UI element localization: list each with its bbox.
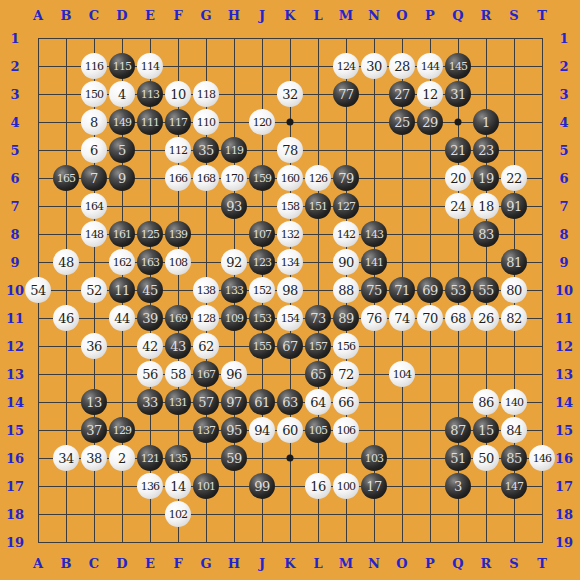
stone-black-39[interactable]: 39 bbox=[137, 305, 163, 331]
stone-white-46[interactable]: 46 bbox=[53, 305, 79, 331]
stone-black-91[interactable]: 91 bbox=[501, 193, 527, 219]
stone-white-100[interactable]: 100 bbox=[333, 473, 359, 499]
stone-white-32[interactable]: 32 bbox=[277, 81, 303, 107]
stone-white-124[interactable]: 124 bbox=[333, 53, 359, 79]
stone-black-1[interactable]: 1 bbox=[473, 109, 499, 135]
row-label-right-15: 15 bbox=[555, 424, 573, 437]
stone-black-131[interactable]: 131 bbox=[165, 389, 191, 415]
col-label-bottom-L: L bbox=[313, 557, 322, 570]
stone-white-2[interactable]: 2 bbox=[109, 445, 135, 471]
go-board: AABBCCDDEEFFGGHHJJKKLLMMNNOOPPQQRRSSTT11… bbox=[0, 0, 580, 580]
stone-white-8[interactable]: 8 bbox=[81, 109, 107, 135]
stone-black-153[interactable]: 153 bbox=[249, 305, 275, 331]
stone-white-120[interactable]: 120 bbox=[249, 109, 275, 135]
col-label-bottom-A: A bbox=[33, 557, 43, 570]
stone-black-57[interactable]: 57 bbox=[193, 389, 219, 415]
stone-black-125[interactable]: 125 bbox=[137, 221, 163, 247]
stone-white-118[interactable]: 118 bbox=[193, 81, 219, 107]
stone-black-147[interactable]: 147 bbox=[501, 473, 527, 499]
stone-black-19[interactable]: 19 bbox=[473, 165, 499, 191]
stone-white-126[interactable]: 126 bbox=[305, 165, 331, 191]
stone-white-34[interactable]: 34 bbox=[53, 445, 79, 471]
stone-black-65[interactable]: 65 bbox=[305, 361, 331, 387]
stone-white-50[interactable]: 50 bbox=[473, 445, 499, 471]
stone-white-76[interactable]: 76 bbox=[361, 305, 387, 331]
stone-white-54[interactable]: 54 bbox=[25, 277, 51, 303]
stone-white-58[interactable]: 58 bbox=[165, 361, 191, 387]
col-label-bottom-J: J bbox=[259, 557, 265, 570]
stone-black-27[interactable]: 27 bbox=[389, 81, 415, 107]
stone-white-68[interactable]: 68 bbox=[445, 305, 471, 331]
grid-line-vertical bbox=[318, 38, 319, 543]
stone-black-89[interactable]: 89 bbox=[333, 305, 359, 331]
stone-black-3[interactable]: 3 bbox=[445, 473, 471, 499]
stone-black-21[interactable]: 21 bbox=[445, 137, 471, 163]
stone-black-155[interactable]: 155 bbox=[249, 333, 275, 359]
col-label-top-P: P bbox=[425, 9, 435, 22]
stone-white-158[interactable]: 158 bbox=[277, 193, 303, 219]
stone-white-134[interactable]: 134 bbox=[277, 249, 303, 275]
col-label-top-L: L bbox=[313, 9, 322, 22]
stone-white-146[interactable]: 146 bbox=[529, 445, 555, 471]
row-label-right-5: 5 bbox=[559, 144, 568, 157]
col-label-bottom-G: G bbox=[200, 557, 211, 570]
stone-white-14[interactable]: 14 bbox=[165, 473, 191, 499]
stone-white-132[interactable]: 132 bbox=[277, 221, 303, 247]
stone-black-145[interactable]: 145 bbox=[445, 53, 471, 79]
stone-white-98[interactable]: 98 bbox=[277, 277, 303, 303]
stone-black-73[interactable]: 73 bbox=[305, 305, 331, 331]
stone-white-82[interactable]: 82 bbox=[501, 305, 527, 331]
stone-white-36[interactable]: 36 bbox=[81, 333, 107, 359]
stone-white-28[interactable]: 28 bbox=[389, 53, 415, 79]
row-label-right-16: 16 bbox=[555, 452, 573, 465]
stone-white-154[interactable]: 154 bbox=[277, 305, 303, 331]
stone-black-113[interactable]: 113 bbox=[137, 81, 163, 107]
stone-black-163[interactable]: 163 bbox=[137, 249, 163, 275]
col-label-top-T: T bbox=[537, 9, 547, 22]
col-label-bottom-E: E bbox=[145, 557, 155, 570]
row-label-left-19: 19 bbox=[6, 536, 24, 549]
col-label-top-Q: Q bbox=[452, 9, 463, 22]
stone-black-127[interactable]: 127 bbox=[333, 193, 359, 219]
stone-black-93[interactable]: 93 bbox=[221, 193, 247, 219]
stone-black-165[interactable]: 165 bbox=[53, 165, 79, 191]
row-label-right-14: 14 bbox=[555, 396, 573, 409]
stone-white-72[interactable]: 72 bbox=[333, 361, 359, 387]
stone-white-18[interactable]: 18 bbox=[473, 193, 499, 219]
stone-black-97[interactable]: 97 bbox=[221, 389, 247, 415]
stone-black-103[interactable]: 103 bbox=[361, 445, 387, 471]
row-label-left-9: 9 bbox=[10, 256, 19, 269]
row-label-right-6: 6 bbox=[559, 172, 568, 185]
stone-white-38[interactable]: 38 bbox=[81, 445, 107, 471]
stone-black-75[interactable]: 75 bbox=[361, 277, 387, 303]
star-point bbox=[287, 455, 294, 462]
stone-black-13[interactable]: 13 bbox=[81, 389, 107, 415]
stone-white-136[interactable]: 136 bbox=[137, 473, 163, 499]
stone-black-53[interactable]: 53 bbox=[445, 277, 471, 303]
row-label-right-3: 3 bbox=[559, 88, 568, 101]
stone-white-78[interactable]: 78 bbox=[277, 137, 303, 163]
row-label-left-15: 15 bbox=[6, 424, 24, 437]
row-label-left-10: 10 bbox=[6, 284, 24, 297]
col-label-top-O: O bbox=[396, 9, 407, 22]
row-label-left-14: 14 bbox=[6, 396, 24, 409]
stone-black-121[interactable]: 121 bbox=[137, 445, 163, 471]
stone-black-15[interactable]: 15 bbox=[473, 417, 499, 443]
stone-white-164[interactable]: 164 bbox=[81, 193, 107, 219]
star-point bbox=[287, 119, 294, 126]
stone-white-110[interactable]: 110 bbox=[193, 109, 219, 135]
stone-white-84[interactable]: 84 bbox=[501, 417, 527, 443]
row-label-left-16: 16 bbox=[6, 452, 24, 465]
row-label-left-4: 4 bbox=[10, 116, 19, 129]
stone-black-5[interactable]: 5 bbox=[109, 137, 135, 163]
stone-black-9[interactable]: 9 bbox=[109, 165, 135, 191]
stone-black-17[interactable]: 17 bbox=[361, 473, 387, 499]
stone-white-144[interactable]: 144 bbox=[417, 53, 443, 79]
col-label-top-N: N bbox=[368, 9, 380, 22]
stone-white-22[interactable]: 22 bbox=[501, 165, 527, 191]
stone-white-42[interactable]: 42 bbox=[137, 333, 163, 359]
stone-white-10[interactable]: 10 bbox=[165, 81, 191, 107]
col-label-bottom-S: S bbox=[509, 557, 518, 570]
stone-black-83[interactable]: 83 bbox=[473, 221, 499, 247]
row-label-left-12: 12 bbox=[6, 340, 24, 353]
stone-white-108[interactable]: 108 bbox=[165, 249, 191, 275]
grid-line-horizontal bbox=[38, 542, 543, 543]
stone-white-26[interactable]: 26 bbox=[473, 305, 499, 331]
stone-black-123[interactable]: 123 bbox=[249, 249, 275, 275]
stone-white-170[interactable]: 170 bbox=[221, 165, 247, 191]
stone-white-106[interactable]: 106 bbox=[333, 417, 359, 443]
stone-black-95[interactable]: 95 bbox=[221, 417, 247, 443]
stone-black-63[interactable]: 63 bbox=[277, 389, 303, 415]
col-label-top-C: C bbox=[89, 9, 99, 22]
stone-white-74[interactable]: 74 bbox=[389, 305, 415, 331]
col-label-top-R: R bbox=[481, 9, 492, 22]
stone-white-86[interactable]: 86 bbox=[473, 389, 499, 415]
stone-white-160[interactable]: 160 bbox=[277, 165, 303, 191]
row-label-right-2: 2 bbox=[559, 60, 568, 73]
row-label-left-8: 8 bbox=[10, 228, 19, 241]
stone-black-105[interactable]: 105 bbox=[305, 417, 331, 443]
row-label-left-3: 3 bbox=[10, 88, 19, 101]
col-label-bottom-K: K bbox=[284, 557, 295, 570]
row-label-right-7: 7 bbox=[559, 200, 568, 213]
stone-white-16[interactable]: 16 bbox=[305, 473, 331, 499]
col-label-top-K: K bbox=[284, 9, 295, 22]
stone-white-140[interactable]: 140 bbox=[501, 389, 527, 415]
row-label-left-7: 7 bbox=[10, 200, 19, 213]
row-label-right-8: 8 bbox=[559, 228, 568, 241]
stone-white-112[interactable]: 112 bbox=[165, 137, 191, 163]
stone-white-80[interactable]: 80 bbox=[501, 277, 527, 303]
stone-black-167[interactable]: 167 bbox=[193, 361, 219, 387]
row-label-right-11: 11 bbox=[555, 312, 573, 325]
row-label-left-11: 11 bbox=[6, 312, 24, 325]
stone-black-85[interactable]: 85 bbox=[501, 445, 527, 471]
stone-white-20[interactable]: 20 bbox=[445, 165, 471, 191]
stone-white-156[interactable]: 156 bbox=[333, 333, 359, 359]
row-label-left-1: 1 bbox=[10, 32, 19, 45]
stone-black-69[interactable]: 69 bbox=[417, 277, 443, 303]
col-label-top-A: A bbox=[33, 9, 43, 22]
stone-white-138[interactable]: 138 bbox=[193, 277, 219, 303]
stone-black-51[interactable]: 51 bbox=[445, 445, 471, 471]
row-label-right-18: 18 bbox=[555, 508, 573, 521]
stone-white-104[interactable]: 104 bbox=[389, 361, 415, 387]
stone-black-141[interactable]: 141 bbox=[361, 249, 387, 275]
stone-black-33[interactable]: 33 bbox=[137, 389, 163, 415]
col-label-bottom-Q: Q bbox=[452, 557, 463, 570]
stone-white-30[interactable]: 30 bbox=[361, 53, 387, 79]
stone-white-64[interactable]: 64 bbox=[305, 389, 331, 415]
stone-black-139[interactable]: 139 bbox=[165, 221, 191, 247]
col-label-top-H: H bbox=[228, 9, 240, 22]
stone-white-150[interactable]: 150 bbox=[81, 81, 107, 107]
stone-black-109[interactable]: 109 bbox=[221, 305, 247, 331]
stone-black-59[interactable]: 59 bbox=[221, 445, 247, 471]
row-label-right-9: 9 bbox=[559, 256, 568, 269]
col-label-top-D: D bbox=[116, 9, 127, 22]
stone-white-96[interactable]: 96 bbox=[221, 361, 247, 387]
stone-black-81[interactable]: 81 bbox=[501, 249, 527, 275]
stone-white-142[interactable]: 142 bbox=[333, 221, 359, 247]
col-label-bottom-O: O bbox=[396, 557, 407, 570]
stone-black-79[interactable]: 79 bbox=[333, 165, 359, 191]
col-label-bottom-H: H bbox=[228, 557, 240, 570]
stone-black-115[interactable]: 115 bbox=[109, 53, 135, 79]
col-label-top-S: S bbox=[509, 9, 518, 22]
stone-white-12[interactable]: 12 bbox=[417, 81, 443, 107]
col-label-bottom-R: R bbox=[481, 557, 492, 570]
row-label-left-13: 13 bbox=[6, 368, 24, 381]
row-label-left-2: 2 bbox=[10, 60, 19, 73]
stone-black-157[interactable]: 157 bbox=[305, 333, 331, 359]
row-label-right-4: 4 bbox=[559, 116, 568, 129]
stone-black-7[interactable]: 7 bbox=[81, 165, 107, 191]
stone-white-90[interactable]: 90 bbox=[333, 249, 359, 275]
stone-black-159[interactable]: 159 bbox=[249, 165, 275, 191]
stone-white-166[interactable]: 166 bbox=[165, 165, 191, 191]
row-label-left-17: 17 bbox=[6, 480, 24, 493]
stone-white-52[interactable]: 52 bbox=[81, 277, 107, 303]
stone-black-35[interactable]: 35 bbox=[193, 137, 219, 163]
stone-white-48[interactable]: 48 bbox=[53, 249, 79, 275]
stone-white-168[interactable]: 168 bbox=[193, 165, 219, 191]
stone-black-11[interactable]: 11 bbox=[109, 277, 135, 303]
col-label-top-F: F bbox=[173, 9, 182, 22]
col-label-bottom-N: N bbox=[368, 557, 380, 570]
stone-black-67[interactable]: 67 bbox=[277, 333, 303, 359]
stone-black-23[interactable]: 23 bbox=[473, 137, 499, 163]
stone-black-161[interactable]: 161 bbox=[109, 221, 135, 247]
stone-black-135[interactable]: 135 bbox=[165, 445, 191, 471]
stone-black-149[interactable]: 149 bbox=[109, 109, 135, 135]
col-label-bottom-B: B bbox=[61, 557, 72, 570]
row-label-left-5: 5 bbox=[10, 144, 19, 157]
stone-white-56[interactable]: 56 bbox=[137, 361, 163, 387]
col-label-bottom-D: D bbox=[116, 557, 127, 570]
stone-black-143[interactable]: 143 bbox=[361, 221, 387, 247]
stone-black-77[interactable]: 77 bbox=[333, 81, 359, 107]
stone-white-128[interactable]: 128 bbox=[193, 305, 219, 331]
stone-black-43[interactable]: 43 bbox=[165, 333, 191, 359]
row-label-right-12: 12 bbox=[555, 340, 573, 353]
stone-black-37[interactable]: 37 bbox=[81, 417, 107, 443]
col-label-bottom-M: M bbox=[339, 557, 353, 570]
stone-white-66[interactable]: 66 bbox=[333, 389, 359, 415]
stone-black-45[interactable]: 45 bbox=[137, 277, 163, 303]
grid-line-horizontal bbox=[38, 374, 543, 375]
stone-white-70[interactable]: 70 bbox=[417, 305, 443, 331]
stone-black-87[interactable]: 87 bbox=[445, 417, 471, 443]
stone-white-116[interactable]: 116 bbox=[81, 53, 107, 79]
stone-black-133[interactable]: 133 bbox=[221, 277, 247, 303]
col-label-top-B: B bbox=[61, 9, 72, 22]
col-label-bottom-C: C bbox=[89, 557, 99, 570]
stone-white-88[interactable]: 88 bbox=[333, 277, 359, 303]
col-label-bottom-P: P bbox=[425, 557, 435, 570]
stone-white-60[interactable]: 60 bbox=[277, 417, 303, 443]
stone-black-119[interactable]: 119 bbox=[221, 137, 247, 163]
row-label-right-13: 13 bbox=[555, 368, 573, 381]
stone-white-6[interactable]: 6 bbox=[81, 137, 107, 163]
stone-white-102[interactable]: 102 bbox=[165, 501, 191, 527]
row-label-right-17: 17 bbox=[555, 480, 573, 493]
row-label-right-1: 1 bbox=[559, 32, 568, 45]
stone-black-111[interactable]: 111 bbox=[137, 109, 163, 135]
stone-black-55[interactable]: 55 bbox=[473, 277, 499, 303]
col-label-top-M: M bbox=[339, 9, 353, 22]
stone-black-107[interactable]: 107 bbox=[249, 221, 275, 247]
stone-black-31[interactable]: 31 bbox=[445, 81, 471, 107]
stone-black-25[interactable]: 25 bbox=[389, 109, 415, 135]
row-label-right-19: 19 bbox=[555, 536, 573, 549]
stone-white-152[interactable]: 152 bbox=[249, 277, 275, 303]
stone-white-4[interactable]: 4 bbox=[109, 81, 135, 107]
row-label-left-18: 18 bbox=[6, 508, 24, 521]
col-label-bottom-F: F bbox=[173, 557, 182, 570]
stone-white-94[interactable]: 94 bbox=[249, 417, 275, 443]
stone-white-114[interactable]: 114 bbox=[137, 53, 163, 79]
stone-black-137[interactable]: 137 bbox=[193, 417, 219, 443]
row-label-right-10: 10 bbox=[555, 284, 573, 297]
stone-black-71[interactable]: 71 bbox=[389, 277, 415, 303]
col-label-top-E: E bbox=[145, 9, 155, 22]
grid-line-horizontal bbox=[38, 514, 543, 515]
stone-black-151[interactable]: 151 bbox=[305, 193, 331, 219]
stone-white-162[interactable]: 162 bbox=[109, 249, 135, 275]
row-label-left-6: 6 bbox=[10, 172, 19, 185]
stone-black-61[interactable]: 61 bbox=[249, 389, 275, 415]
stone-white-92[interactable]: 92 bbox=[221, 249, 247, 275]
stone-white-148[interactable]: 148 bbox=[81, 221, 107, 247]
col-label-top-G: G bbox=[200, 9, 211, 22]
stone-white-24[interactable]: 24 bbox=[445, 193, 471, 219]
stone-black-129[interactable]: 129 bbox=[109, 417, 135, 443]
stone-white-62[interactable]: 62 bbox=[193, 333, 219, 359]
stone-black-29[interactable]: 29 bbox=[417, 109, 443, 135]
stone-black-99[interactable]: 99 bbox=[249, 473, 275, 499]
stone-black-101[interactable]: 101 bbox=[193, 473, 219, 499]
col-label-top-J: J bbox=[259, 9, 265, 22]
star-point bbox=[455, 119, 462, 126]
stone-black-117[interactable]: 117 bbox=[165, 109, 191, 135]
col-label-bottom-T: T bbox=[537, 557, 547, 570]
stone-white-44[interactable]: 44 bbox=[109, 305, 135, 331]
stone-black-169[interactable]: 169 bbox=[165, 305, 191, 331]
